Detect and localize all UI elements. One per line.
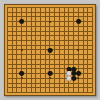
star-point [49, 49, 51, 51]
star-point [21, 77, 23, 79]
go-board[interactable]: ●●●●●●●●●●●● [4, 4, 96, 96]
star-point [49, 77, 51, 79]
star-point [77, 21, 79, 23]
star-point [77, 49, 79, 51]
star-point [21, 49, 23, 51]
star-point [77, 77, 79, 79]
star-point [21, 21, 23, 23]
intersection[interactable] [90, 90, 95, 95]
star-point [49, 21, 51, 23]
